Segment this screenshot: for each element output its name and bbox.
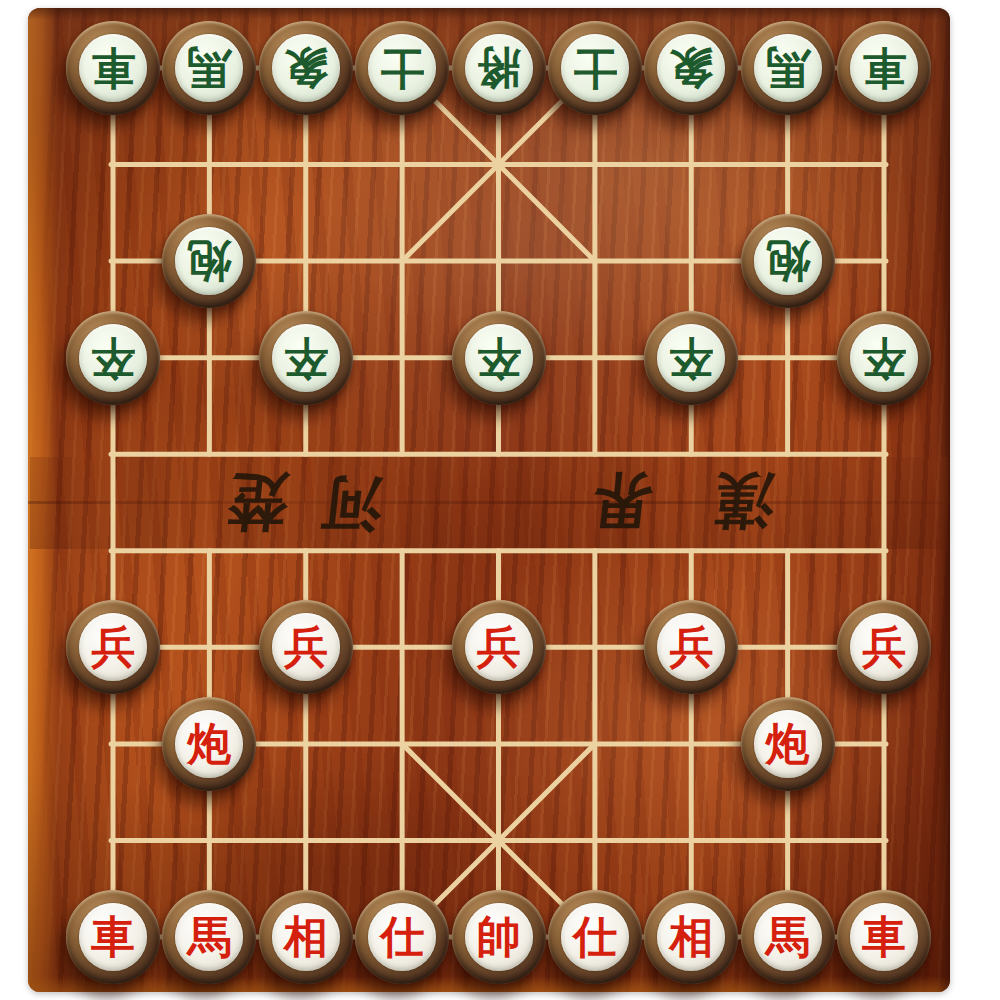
piece-face: 兵 [465, 613, 533, 681]
piece-red-horse[interactable]: 馬 [741, 890, 835, 984]
piece-red-cannon[interactable]: 炮 [162, 697, 256, 791]
piece-face: 兵 [850, 613, 918, 681]
piece-character: 兵 [284, 625, 328, 669]
piece-red-horse[interactable]: 馬 [162, 890, 256, 984]
piece-face: 仕 [368, 903, 436, 971]
piece-character: 將 [477, 46, 521, 90]
piece-character: 象 [284, 46, 328, 90]
piece-green-soldier[interactable]: 卒 [837, 311, 931, 405]
piece-face: 炮 [754, 710, 822, 778]
piece-green-elephant[interactable]: 象 [644, 21, 738, 115]
piece-character: 相 [284, 915, 328, 959]
piece-face: 兵 [272, 613, 340, 681]
piece-red-soldier[interactable]: 兵 [644, 600, 738, 694]
piece-face: 兵 [79, 613, 147, 681]
piece-face: 卒 [272, 324, 340, 392]
piece-character: 車 [862, 46, 906, 90]
river-calligraphy-char: 楚 [225, 473, 291, 533]
piece-face: 將 [465, 34, 533, 102]
piece-character: 兵 [669, 625, 713, 669]
piece-character: 炮 [766, 722, 810, 766]
piece-green-soldier[interactable]: 卒 [66, 311, 160, 405]
piece-face: 車 [850, 34, 918, 102]
piece-green-horse[interactable]: 馬 [741, 21, 835, 115]
piece-face: 炮 [175, 710, 243, 778]
piece-face: 象 [657, 34, 725, 102]
piece-character: 兵 [91, 625, 135, 669]
piece-green-chariot[interactable]: 車 [837, 21, 931, 115]
piece-green-soldier[interactable]: 卒 [452, 311, 546, 405]
piece-face: 相 [657, 903, 725, 971]
piece-face: 相 [272, 903, 340, 971]
piece-face: 馬 [754, 34, 822, 102]
piece-face: 士 [561, 34, 629, 102]
piece-green-cannon[interactable]: 炮 [162, 214, 256, 308]
piece-character: 馬 [766, 46, 810, 90]
piece-character: 卒 [669, 336, 713, 380]
piece-green-advisor[interactable]: 士 [355, 21, 449, 115]
piece-red-chariot[interactable]: 車 [66, 890, 160, 984]
piece-face: 卒 [465, 324, 533, 392]
piece-face: 卒 [79, 324, 147, 392]
river-calligraphy-char: 河 [319, 475, 385, 535]
piece-green-soldier[interactable]: 卒 [644, 311, 738, 405]
piece-character: 馬 [187, 915, 231, 959]
piece-character: 炮 [187, 239, 231, 283]
piece-face: 仕 [561, 903, 629, 971]
piece-face: 馬 [754, 903, 822, 971]
piece-red-chariot[interactable]: 車 [837, 890, 931, 984]
piece-face: 兵 [657, 613, 725, 681]
piece-face: 馬 [175, 34, 243, 102]
piece-face: 馬 [175, 903, 243, 971]
piece-character: 帥 [477, 915, 521, 959]
piece-character: 馬 [187, 46, 231, 90]
piece-character: 士 [573, 46, 617, 90]
piece-red-advisor[interactable]: 仕 [355, 890, 449, 984]
xiangqi-board-photo: 楚河界漢 車馬象士將士象馬車炮炮卒卒卒卒卒兵兵兵兵兵炮炮車馬相仕帥仕相馬車 [0, 0, 1000, 1000]
piece-green-chariot[interactable]: 車 [66, 21, 160, 115]
piece-character: 車 [862, 915, 906, 959]
board-edge-top-shade [28, 8, 950, 20]
piece-character: 士 [380, 46, 424, 90]
piece-character: 車 [91, 915, 135, 959]
piece-character: 卒 [284, 336, 328, 380]
piece-character: 馬 [766, 915, 810, 959]
piece-face: 炮 [754, 227, 822, 295]
piece-red-elephant[interactable]: 相 [644, 890, 738, 984]
piece-red-soldier[interactable]: 兵 [452, 600, 546, 694]
piece-face: 炮 [175, 227, 243, 295]
river-calligraphy-char: 漢 [711, 471, 777, 531]
piece-face: 車 [850, 903, 918, 971]
piece-character: 仕 [380, 915, 424, 959]
river-calligraphy-char: 界 [589, 471, 655, 531]
piece-face: 卒 [850, 324, 918, 392]
piece-character: 兵 [862, 625, 906, 669]
piece-character: 兵 [477, 625, 521, 669]
piece-face: 帥 [465, 903, 533, 971]
piece-character: 車 [91, 46, 135, 90]
piece-character: 卒 [862, 336, 906, 380]
piece-green-elephant[interactable]: 象 [259, 21, 353, 115]
piece-face: 象 [272, 34, 340, 102]
piece-red-elephant[interactable]: 相 [259, 890, 353, 984]
piece-face: 車 [79, 34, 147, 102]
piece-red-advisor[interactable]: 仕 [548, 890, 642, 984]
piece-character: 炮 [187, 722, 231, 766]
piece-green-horse[interactable]: 馬 [162, 21, 256, 115]
piece-green-soldier[interactable]: 卒 [259, 311, 353, 405]
piece-red-soldier[interactable]: 兵 [837, 600, 931, 694]
piece-green-advisor[interactable]: 士 [548, 21, 642, 115]
piece-character: 相 [669, 915, 713, 959]
piece-character: 卒 [91, 336, 135, 380]
piece-red-soldier[interactable]: 兵 [66, 600, 160, 694]
piece-green-general[interactable]: 將 [452, 21, 546, 115]
piece-character: 炮 [766, 239, 810, 283]
piece-character: 仕 [573, 915, 617, 959]
piece-red-general[interactable]: 帥 [452, 890, 546, 984]
board-fold-seam [28, 501, 950, 504]
piece-character: 卒 [477, 336, 521, 380]
piece-face: 士 [368, 34, 436, 102]
piece-character: 象 [669, 46, 713, 90]
piece-red-cannon[interactable]: 炮 [741, 697, 835, 791]
piece-green-cannon[interactable]: 炮 [741, 214, 835, 308]
piece-face: 卒 [657, 324, 725, 392]
piece-face: 車 [79, 903, 147, 971]
piece-red-soldier[interactable]: 兵 [259, 600, 353, 694]
